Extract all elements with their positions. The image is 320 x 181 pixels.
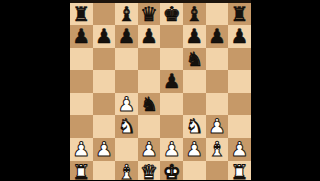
square-b8[interactable] [93, 3, 116, 26]
piece-black-knight[interactable]: ♞ [140, 93, 158, 116]
square-g3[interactable]: ♟ [206, 115, 229, 138]
square-b6[interactable] [93, 48, 116, 71]
square-g1[interactable] [206, 161, 229, 180]
piece-white-pawn[interactable]: ♟ [118, 93, 136, 116]
square-b4[interactable] [93, 93, 116, 116]
square-d7[interactable]: ♟ [138, 25, 161, 48]
piece-black-pawn[interactable]: ♟ [185, 25, 203, 48]
piece-black-rook[interactable]: ♜ [230, 3, 248, 26]
square-f8[interactable]: ♝ [183, 3, 206, 26]
square-h4[interactable] [228, 93, 251, 116]
square-f2[interactable]: ♟ [183, 138, 206, 161]
piece-white-pawn[interactable]: ♟ [208, 115, 226, 138]
piece-black-pawn[interactable]: ♟ [230, 25, 248, 48]
square-e2[interactable]: ♟ [160, 138, 183, 161]
piece-white-pawn[interactable]: ♟ [140, 138, 158, 161]
piece-white-bishop[interactable]: ♝ [118, 161, 136, 180]
square-h5[interactable] [228, 70, 251, 93]
square-a1[interactable]: ♜ [70, 161, 93, 180]
square-c4[interactable]: ♟ [115, 93, 138, 116]
square-d1[interactable]: ♛ [138, 161, 161, 180]
piece-white-rook[interactable]: ♜ [72, 161, 90, 180]
square-d5[interactable] [138, 70, 161, 93]
square-f1[interactable] [183, 161, 206, 180]
square-e7[interactable] [160, 25, 183, 48]
square-e8[interactable]: ♚ [160, 3, 183, 26]
chess-board: ♜♝♛♚♝♜♟♟♟♟♟♟♟♞♟♟♞♞♞♟♟♟♟♟♟♝♟♜♝♛♚♜ [70, 3, 251, 181]
square-d6[interactable] [138, 48, 161, 71]
piece-black-pawn[interactable]: ♟ [140, 25, 158, 48]
piece-white-pawn[interactable]: ♟ [163, 138, 181, 161]
square-e3[interactable] [160, 115, 183, 138]
square-h6[interactable] [228, 48, 251, 71]
piece-black-pawn[interactable]: ♟ [95, 25, 113, 48]
piece-white-bishop[interactable]: ♝ [208, 138, 226, 161]
piece-black-knight[interactable]: ♞ [185, 48, 203, 71]
square-d2[interactable]: ♟ [138, 138, 161, 161]
piece-white-pawn[interactable]: ♟ [72, 138, 90, 161]
square-f6[interactable]: ♞ [183, 48, 206, 71]
square-c5[interactable] [115, 70, 138, 93]
square-b1[interactable] [93, 161, 116, 180]
square-d3[interactable] [138, 115, 161, 138]
square-h1[interactable]: ♜ [228, 161, 251, 180]
square-a5[interactable] [70, 70, 93, 93]
piece-white-knight[interactable]: ♞ [185, 115, 203, 138]
square-c1[interactable]: ♝ [115, 161, 138, 180]
piece-black-pawn[interactable]: ♟ [118, 25, 136, 48]
square-a7[interactable]: ♟ [70, 25, 93, 48]
piece-black-pawn[interactable]: ♟ [163, 70, 181, 93]
square-h8[interactable]: ♜ [228, 3, 251, 26]
square-f5[interactable] [183, 70, 206, 93]
square-d4[interactable]: ♞ [138, 93, 161, 116]
square-a4[interactable] [70, 93, 93, 116]
piece-white-pawn[interactable]: ♟ [95, 138, 113, 161]
square-g4[interactable] [206, 93, 229, 116]
square-f7[interactable]: ♟ [183, 25, 206, 48]
square-e1[interactable]: ♚ [160, 161, 183, 180]
square-g8[interactable] [206, 3, 229, 26]
square-e5[interactable]: ♟ [160, 70, 183, 93]
piece-white-rook[interactable]: ♜ [230, 161, 248, 180]
square-e6[interactable] [160, 48, 183, 71]
piece-black-king[interactable]: ♚ [163, 3, 181, 26]
square-b2[interactable]: ♟ [93, 138, 116, 161]
square-h3[interactable] [228, 115, 251, 138]
square-b7[interactable]: ♟ [93, 25, 116, 48]
square-b5[interactable] [93, 70, 116, 93]
square-g6[interactable] [206, 48, 229, 71]
piece-white-pawn[interactable]: ♟ [185, 138, 203, 161]
piece-black-bishop[interactable]: ♝ [185, 3, 203, 26]
piece-black-bishop[interactable]: ♝ [118, 3, 136, 26]
piece-black-rook[interactable]: ♜ [72, 3, 90, 26]
square-c7[interactable]: ♟ [115, 25, 138, 48]
square-c2[interactable] [115, 138, 138, 161]
square-c6[interactable] [115, 48, 138, 71]
square-b3[interactable] [93, 115, 116, 138]
piece-black-pawn[interactable]: ♟ [208, 25, 226, 48]
square-h7[interactable]: ♟ [228, 25, 251, 48]
piece-black-pawn[interactable]: ♟ [72, 25, 90, 48]
square-e4[interactable] [160, 93, 183, 116]
square-c8[interactable]: ♝ [115, 3, 138, 26]
video-frame: ♜♝♛♚♝♜♟♟♟♟♟♟♟♞♟♟♞♞♞♟♟♟♟♟♟♝♟♜♝♛♚♜ [0, 0, 320, 180]
square-a2[interactable]: ♟ [70, 138, 93, 161]
square-g2[interactable]: ♝ [206, 138, 229, 161]
square-h2[interactable]: ♟ [228, 138, 251, 161]
square-f4[interactable] [183, 93, 206, 116]
piece-white-king[interactable]: ♚ [163, 161, 181, 180]
square-a8[interactable]: ♜ [70, 3, 93, 26]
square-g5[interactable] [206, 70, 229, 93]
square-a3[interactable] [70, 115, 93, 138]
square-f3[interactable]: ♞ [183, 115, 206, 138]
piece-white-knight[interactable]: ♞ [118, 115, 136, 138]
piece-white-queen[interactable]: ♛ [140, 161, 158, 180]
piece-black-queen[interactable]: ♛ [140, 3, 158, 26]
square-a6[interactable] [70, 48, 93, 71]
square-g7[interactable]: ♟ [206, 25, 229, 48]
square-d8[interactable]: ♛ [138, 3, 161, 26]
square-c3[interactable]: ♞ [115, 115, 138, 138]
piece-white-pawn[interactable]: ♟ [230, 138, 248, 161]
